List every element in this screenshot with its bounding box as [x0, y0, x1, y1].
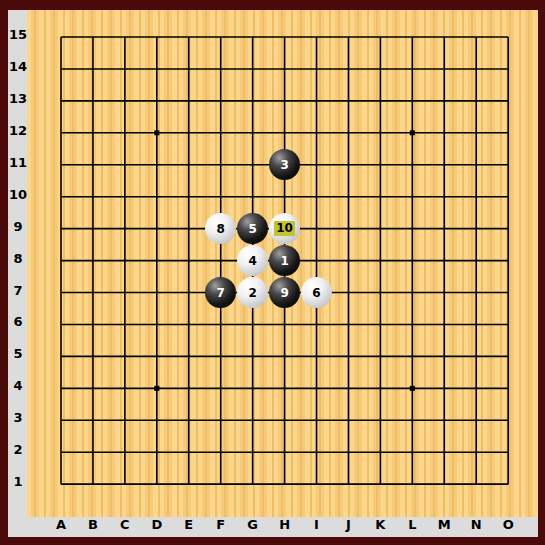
move-number: 2 — [248, 286, 256, 300]
column-label-C: C — [115, 517, 135, 537]
move-number: 8 — [217, 222, 225, 236]
star-point-D4 — [154, 386, 159, 391]
column-labels-strip: ABCDEFGHIJKLMNO — [8, 517, 538, 537]
row-label-8: 8 — [8, 251, 28, 271]
row-label-13: 13 — [8, 91, 28, 111]
column-label-F: F — [211, 517, 231, 537]
column-label-J: J — [338, 517, 358, 537]
stone-black-H8[interactable]: 1 — [269, 245, 300, 276]
column-label-L: L — [402, 517, 422, 537]
stone-white-G7[interactable]: 2 — [237, 277, 268, 308]
row-label-14: 14 — [8, 59, 28, 79]
last-move-number: 10 — [274, 221, 295, 236]
row-labels-strip: 151413121110987654321 — [8, 10, 27, 537]
go-board-frame: 151413121110987654321 ABCDEFGHIJKLMNO 12… — [0, 0, 545, 545]
column-label-I: I — [307, 517, 327, 537]
column-label-G: G — [243, 517, 263, 537]
row-label-6: 6 — [8, 314, 28, 334]
row-label-12: 12 — [8, 123, 28, 143]
move-number: 6 — [312, 286, 320, 300]
column-label-M: M — [434, 517, 454, 537]
row-label-3: 3 — [8, 410, 28, 430]
column-label-N: N — [466, 517, 486, 537]
row-label-10: 10 — [8, 187, 28, 207]
stone-white-G8[interactable]: 4 — [237, 245, 268, 276]
row-label-4: 4 — [8, 378, 28, 398]
row-label-15: 15 — [8, 27, 28, 47]
row-label-5: 5 — [8, 346, 28, 366]
row-label-9: 9 — [8, 219, 28, 239]
go-board[interactable]: 12345678910 — [27, 10, 538, 517]
move-number: 4 — [248, 254, 256, 268]
star-point-L4 — [410, 386, 415, 391]
move-number: 5 — [248, 222, 256, 236]
row-label-11: 11 — [8, 155, 28, 175]
row-label-7: 7 — [8, 283, 28, 303]
move-number: 3 — [280, 158, 288, 172]
column-label-B: B — [83, 517, 103, 537]
stone-white-I7[interactable]: 6 — [301, 277, 332, 308]
column-label-H: H — [275, 517, 295, 537]
column-label-K: K — [370, 517, 390, 537]
row-label-1: 1 — [8, 474, 28, 494]
column-label-O: O — [498, 517, 518, 537]
column-label-E: E — [179, 517, 199, 537]
move-number: 9 — [280, 286, 288, 300]
stone-black-F7[interactable]: 7 — [205, 277, 236, 308]
stone-black-H7[interactable]: 9 — [269, 277, 300, 308]
row-label-2: 2 — [8, 442, 28, 462]
stone-white-H9[interactable]: 10 — [269, 213, 300, 244]
column-label-A: A — [51, 517, 71, 537]
star-point-L12 — [410, 130, 415, 135]
column-label-D: D — [147, 517, 167, 537]
move-number: 7 — [217, 286, 225, 300]
star-point-D12 — [154, 130, 159, 135]
move-number: 1 — [280, 254, 288, 268]
